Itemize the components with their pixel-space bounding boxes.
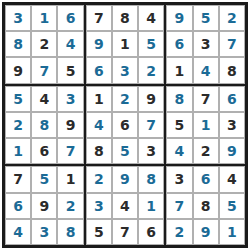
cell-r3c7[interactable]: 1 bbox=[166, 57, 192, 83]
box-3-3: 364785291 bbox=[165, 165, 246, 246]
cell-r5c9[interactable]: 3 bbox=[219, 112, 245, 138]
cell-r1c1[interactable]: 3 bbox=[5, 5, 31, 31]
cell-r8c7[interactable]: 7 bbox=[166, 193, 192, 219]
cell-r2c8[interactable]: 3 bbox=[193, 31, 219, 57]
cell-r2c3[interactable]: 4 bbox=[57, 31, 83, 57]
cell-r1c3[interactable]: 6 bbox=[57, 5, 83, 31]
cell-r6c2[interactable]: 6 bbox=[31, 138, 57, 164]
cell-r1c7[interactable]: 9 bbox=[166, 5, 192, 31]
cell-r2c7[interactable]: 6 bbox=[166, 31, 192, 57]
cell-r3c5[interactable]: 3 bbox=[112, 57, 138, 83]
cell-r3c9[interactable]: 8 bbox=[219, 57, 245, 83]
cell-r5c4[interactable]: 4 bbox=[86, 112, 112, 138]
cell-r9c9[interactable]: 1 bbox=[219, 219, 245, 245]
cell-r7c8[interactable]: 6 bbox=[193, 166, 219, 192]
cell-r7c4[interactable]: 2 bbox=[86, 166, 112, 192]
cell-r1c8[interactable]: 5 bbox=[193, 5, 219, 31]
cell-r9c6[interactable]: 6 bbox=[138, 219, 164, 245]
cell-r4c7[interactable]: 8 bbox=[166, 86, 192, 112]
cell-r9c7[interactable]: 2 bbox=[166, 219, 192, 245]
cell-r9c8[interactable]: 9 bbox=[193, 219, 219, 245]
cell-r4c2[interactable]: 4 bbox=[31, 86, 57, 112]
sudoku-page: 3168249757849156329526371485432891671294… bbox=[0, 0, 250, 250]
cell-r7c3[interactable]: 1 bbox=[57, 166, 83, 192]
cell-r7c1[interactable]: 7 bbox=[5, 166, 31, 192]
cell-r1c4[interactable]: 7 bbox=[86, 5, 112, 31]
cell-r4c9[interactable]: 6 bbox=[219, 86, 245, 112]
cell-r5c8[interactable]: 1 bbox=[193, 112, 219, 138]
cell-r1c5[interactable]: 8 bbox=[112, 5, 138, 31]
cell-r3c6[interactable]: 2 bbox=[138, 57, 164, 83]
cell-r2c1[interactable]: 8 bbox=[5, 31, 31, 57]
box-1-3: 952637148 bbox=[165, 4, 246, 85]
cell-r4c6[interactable]: 9 bbox=[138, 86, 164, 112]
cell-r8c5[interactable]: 4 bbox=[112, 193, 138, 219]
box-1-1: 316824975 bbox=[4, 4, 85, 85]
cell-r7c7[interactable]: 3 bbox=[166, 166, 192, 192]
cell-r4c4[interactable]: 1 bbox=[86, 86, 112, 112]
cell-r4c1[interactable]: 5 bbox=[5, 86, 31, 112]
cell-r6c9[interactable]: 9 bbox=[219, 138, 245, 164]
sudoku-board: 3168249757849156329526371485432891671294… bbox=[2, 2, 248, 248]
cell-r4c5[interactable]: 2 bbox=[112, 86, 138, 112]
cell-r9c5[interactable]: 7 bbox=[112, 219, 138, 245]
cell-r8c8[interactable]: 8 bbox=[193, 193, 219, 219]
cell-r5c1[interactable]: 2 bbox=[5, 112, 31, 138]
cell-r5c5[interactable]: 6 bbox=[112, 112, 138, 138]
cell-r6c5[interactable]: 5 bbox=[112, 138, 138, 164]
cell-r1c9[interactable]: 2 bbox=[219, 5, 245, 31]
cell-r2c5[interactable]: 1 bbox=[112, 31, 138, 57]
cell-r3c4[interactable]: 6 bbox=[86, 57, 112, 83]
cell-r7c5[interactable]: 9 bbox=[112, 166, 138, 192]
cell-r6c3[interactable]: 7 bbox=[57, 138, 83, 164]
cell-r2c4[interactable]: 9 bbox=[86, 31, 112, 57]
box-3-1: 751692438 bbox=[4, 165, 85, 246]
cell-r6c8[interactable]: 2 bbox=[193, 138, 219, 164]
cell-r5c7[interactable]: 5 bbox=[166, 112, 192, 138]
cell-r6c4[interactable]: 8 bbox=[86, 138, 112, 164]
cell-r6c7[interactable]: 4 bbox=[166, 138, 192, 164]
cell-r2c6[interactable]: 5 bbox=[138, 31, 164, 57]
cell-r4c3[interactable]: 3 bbox=[57, 86, 83, 112]
cell-r6c6[interactable]: 3 bbox=[138, 138, 164, 164]
box-2-2: 129467853 bbox=[85, 85, 166, 166]
cell-r7c2[interactable]: 5 bbox=[31, 166, 57, 192]
cell-r2c2[interactable]: 2 bbox=[31, 31, 57, 57]
cell-r8c1[interactable]: 6 bbox=[5, 193, 31, 219]
cell-r3c2[interactable]: 7 bbox=[31, 57, 57, 83]
box-2-1: 543289167 bbox=[4, 85, 85, 166]
cell-r4c8[interactable]: 7 bbox=[193, 86, 219, 112]
cell-r1c6[interactable]: 4 bbox=[138, 5, 164, 31]
cell-r8c3[interactable]: 2 bbox=[57, 193, 83, 219]
cell-r5c3[interactable]: 9 bbox=[57, 112, 83, 138]
cell-r9c2[interactable]: 3 bbox=[31, 219, 57, 245]
cell-r8c6[interactable]: 1 bbox=[138, 193, 164, 219]
cell-r6c1[interactable]: 1 bbox=[5, 138, 31, 164]
cell-r3c3[interactable]: 5 bbox=[57, 57, 83, 83]
cell-r3c8[interactable]: 4 bbox=[193, 57, 219, 83]
box-3-2: 298341576 bbox=[85, 165, 166, 246]
cell-r1c2[interactable]: 1 bbox=[31, 5, 57, 31]
cell-r7c9[interactable]: 4 bbox=[219, 166, 245, 192]
cell-r5c2[interactable]: 8 bbox=[31, 112, 57, 138]
cell-r9c4[interactable]: 5 bbox=[86, 219, 112, 245]
box-2-3: 876513429 bbox=[165, 85, 246, 166]
cell-r9c3[interactable]: 8 bbox=[57, 219, 83, 245]
cell-r8c9[interactable]: 5 bbox=[219, 193, 245, 219]
cell-r2c9[interactable]: 7 bbox=[219, 31, 245, 57]
cell-r8c2[interactable]: 9 bbox=[31, 193, 57, 219]
cell-r8c4[interactable]: 3 bbox=[86, 193, 112, 219]
cell-r5c6[interactable]: 7 bbox=[138, 112, 164, 138]
cell-r9c1[interactable]: 4 bbox=[5, 219, 31, 245]
cell-r7c6[interactable]: 8 bbox=[138, 166, 164, 192]
cell-r3c1[interactable]: 9 bbox=[5, 57, 31, 83]
box-1-2: 784915632 bbox=[85, 4, 166, 85]
